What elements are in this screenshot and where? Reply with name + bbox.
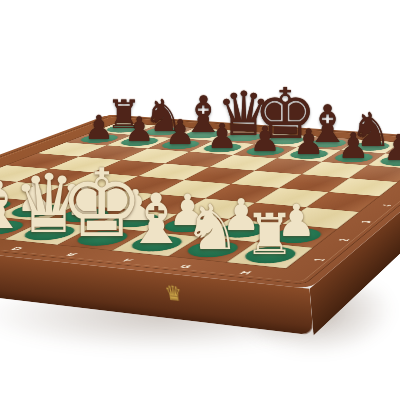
file-label-g: G xyxy=(178,263,195,269)
rank-label-4: 4 xyxy=(379,204,394,207)
piece-dark-pawn-c7[interactable]: ♟ xyxy=(165,116,195,150)
piece-dark-pawn-d7[interactable]: ♟ xyxy=(207,119,238,153)
piece-dark-pawn-e7[interactable]: ♟ xyxy=(249,122,280,157)
piece-white-rook-h1[interactable]: ♜ xyxy=(244,208,295,264)
piece-dark-pawn-h7[interactable]: ♟ xyxy=(383,131,400,167)
square-h5[interactable] xyxy=(329,178,398,196)
piece-white-knight-g1[interactable]: ♞ xyxy=(184,196,240,259)
chess-set-scene: ABCDEFGH12345678 ♛ ♜♞♝♛♚♝♞♜♟♟♟♟♟♟♟♟♟♟♟♟♟… xyxy=(0,0,400,400)
piece-dark-pawn-a7[interactable]: ♟ xyxy=(84,111,114,144)
file-label-h: H xyxy=(238,269,254,275)
piece-dark-pawn-b7[interactable]: ♟ xyxy=(124,113,154,147)
piece-dark-pawn-f7[interactable]: ♟ xyxy=(293,125,324,160)
rank-label-3: 3 xyxy=(359,220,374,223)
rank-label-2: 2 xyxy=(336,238,352,242)
piece-dark-pawn-g7[interactable]: ♟ xyxy=(338,128,370,163)
square-h4[interactable] xyxy=(307,192,380,212)
brass-crown-logo: ♛ xyxy=(163,282,183,304)
piece-white-bishop-f1[interactable]: ♝ xyxy=(125,185,187,254)
rank-label-1: 1 xyxy=(311,258,328,262)
